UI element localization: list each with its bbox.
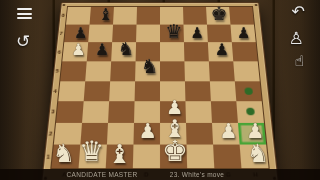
square-c5[interactable] (110, 61, 135, 81)
square-g5[interactable] (209, 61, 235, 81)
square-a8[interactable] (66, 7, 91, 24)
opponent-level-label: CANDIDATE MASTER (67, 169, 138, 180)
square-f5[interactable] (184, 61, 209, 81)
piece-black-king-g8[interactable]: ♚ (211, 5, 228, 23)
piece-black-pawn-h7[interactable]: ♟ (237, 26, 250, 41)
rotate-board-icon[interactable]: ↺ (16, 31, 30, 51)
piece-white-knight-a1[interactable]: ♞ (53, 141, 76, 166)
undo-move-icon[interactable]: ↶ (292, 2, 305, 21)
piece-black-pawn-a7[interactable]: ♟ (74, 26, 87, 41)
square-d1[interactable] (133, 145, 160, 168)
square-b4[interactable] (84, 81, 110, 101)
square-d4[interactable] (135, 81, 160, 101)
square-g1[interactable] (213, 145, 241, 168)
square-b5[interactable] (85, 61, 111, 81)
square-a4[interactable] (58, 81, 85, 101)
square-h4[interactable] (235, 81, 262, 101)
hand-gesture-icon[interactable]: ☝ (295, 52, 304, 70)
square-f2[interactable] (186, 123, 213, 145)
piece-white-king-e1[interactable]: ♚ (162, 137, 188, 166)
piece-black-queen-e7[interactable]: ♛ (165, 22, 182, 41)
chess-app-screen: ABCDEFGH 87654321 ♝♚♛♟♟♟♟♞♟♟♞♟♟♝♟♟♞♛♝♚♞ … (0, 0, 320, 180)
square-c3[interactable] (108, 101, 135, 122)
square-h5[interactable] (233, 61, 259, 81)
piece-white-knight-h1[interactable]: ♞ (247, 141, 270, 166)
menu-icon[interactable] (17, 8, 32, 19)
square-d7[interactable] (136, 24, 160, 42)
piece-black-pawn-g6[interactable]: ♟ (215, 42, 229, 58)
square-a3[interactable] (56, 101, 84, 122)
square-d8[interactable] (137, 7, 160, 24)
piece-black-knight-d5[interactable]: ♞ (141, 57, 158, 76)
piece-white-pawn-a6[interactable]: ♟ (71, 42, 85, 58)
square-h6[interactable] (232, 42, 258, 61)
square-e6[interactable] (160, 42, 184, 61)
square-f1[interactable] (187, 145, 215, 168)
square-e5[interactable] (160, 61, 185, 81)
piece-black-bishop-b8[interactable]: ♝ (98, 7, 113, 23)
frame-screw (255, 4, 258, 6)
square-b3[interactable] (82, 101, 109, 122)
move-indicator-label: 23. White's move (170, 169, 224, 180)
piece-white-bishop-c1[interactable]: ♝ (108, 141, 131, 167)
move-hint-dot-h4[interactable] (244, 87, 253, 94)
status-bar: CANDIDATE MASTER 23. White's move (0, 169, 320, 180)
piece-white-pawn-g2[interactable]: ♟ (219, 121, 237, 142)
square-f8[interactable] (183, 7, 207, 24)
piece-white-queen-b1[interactable]: ♛ (79, 138, 104, 166)
square-h8[interactable] (229, 7, 254, 24)
square-c8[interactable] (113, 7, 137, 24)
piece-white-pawn-d2[interactable]: ♟ (139, 121, 157, 142)
square-f4[interactable] (185, 81, 211, 101)
square-a5[interactable] (60, 61, 86, 81)
square-g4[interactable] (210, 81, 236, 101)
square-f6[interactable] (184, 42, 209, 61)
move-hint-dot-h3[interactable] (246, 108, 255, 116)
piece-black-knight-c6[interactable]: ♞ (118, 40, 134, 58)
chess-piece-icon[interactable]: ♙ (289, 28, 304, 48)
square-c4[interactable] (109, 81, 135, 101)
square-f3[interactable] (185, 101, 212, 122)
piece-black-pawn-b6[interactable]: ♟ (95, 42, 109, 58)
piece-black-pawn-f7[interactable]: ♟ (190, 26, 203, 41)
